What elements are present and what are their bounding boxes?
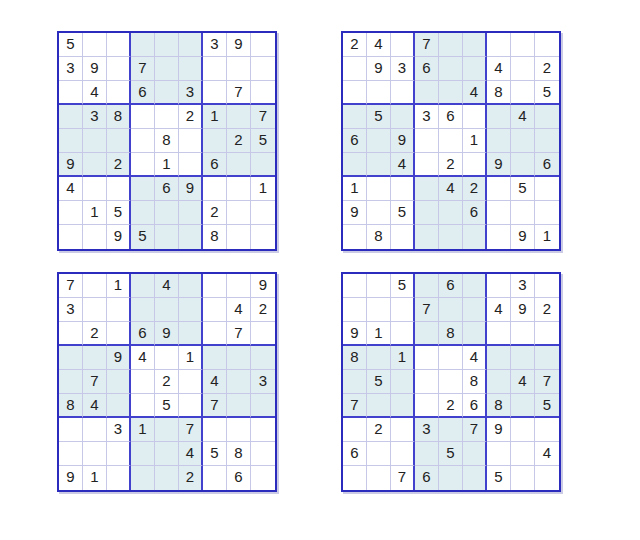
cell-bottom-right-r3c6[interactable]: [463, 322, 487, 346]
cell-top-left-r8c2: 1: [83, 201, 107, 225]
cell-top-left-r9c8[interactable]: [227, 225, 251, 249]
cell-bottom-right-r4c4[interactable]: [415, 346, 439, 370]
cell-bottom-left-r3c6[interactable]: [179, 322, 203, 346]
cell-top-right-r6c2[interactable]: [367, 153, 391, 177]
cell-bottom-left-r8c5[interactable]: [155, 442, 179, 466]
cell-bottom-left-r1c4[interactable]: [131, 274, 155, 298]
cell-bottom-right-r7c9[interactable]: [535, 418, 559, 442]
cell-top-left-r2c9[interactable]: [251, 57, 275, 81]
cell-bottom-left-r1c7[interactable]: [203, 274, 227, 298]
cell-bottom-right-r3c9[interactable]: [535, 322, 559, 346]
cell-bottom-right-r5c3[interactable]: [391, 370, 415, 394]
cell-top-right-r8c6: 6: [463, 201, 487, 225]
cell-bottom-right-r9c8[interactable]: [511, 466, 535, 490]
cell-bottom-left-r5c8[interactable]: [227, 370, 251, 394]
cell-bottom-right-r9c7: 5: [487, 466, 511, 490]
cell-bottom-right-r2c7: 4: [487, 298, 511, 322]
cell-top-right-r5c3: 9: [391, 129, 415, 153]
cell-bottom-right-r5c8: 4: [511, 370, 535, 394]
cell-top-right-r2c9: 2: [535, 57, 559, 81]
cell-top-left-r1c6[interactable]: [179, 33, 203, 57]
cell-top-left-r9c5[interactable]: [155, 225, 179, 249]
cell-bottom-left-r7c7[interactable]: [203, 418, 227, 442]
cell-bottom-left-r8c1[interactable]: [59, 442, 83, 466]
cell-top-left-r4c4[interactable]: [131, 105, 155, 129]
cell-bottom-left-r8c3[interactable]: [107, 442, 131, 466]
cell-top-right-r3c6: 4: [463, 81, 487, 105]
cell-bottom-left-r2c5[interactable]: [155, 298, 179, 322]
cell-top-right-r1c5[interactable]: [439, 33, 463, 57]
cell-top-left-r7c3[interactable]: [107, 177, 131, 201]
cell-bottom-right-r3c5: 8: [439, 322, 463, 346]
cell-top-left-r6c3: 2: [107, 153, 131, 177]
cell-bottom-left-r6c4[interactable]: [131, 394, 155, 418]
cell-bottom-right-r1c5: 6: [439, 274, 463, 298]
cell-bottom-left-r9c8: 6: [227, 466, 251, 490]
cell-top-right-r2c7: 4: [487, 57, 511, 81]
cell-bottom-left-r2c9: 2: [251, 298, 275, 322]
cell-bottom-right-r6c4[interactable]: [415, 394, 439, 418]
cell-bottom-left-r2c3[interactable]: [107, 298, 131, 322]
cell-top-left-r7c8[interactable]: [227, 177, 251, 201]
cell-bottom-left-r7c4: 1: [131, 418, 155, 442]
cell-bottom-right-r4c7[interactable]: [487, 346, 511, 370]
cell-top-right-r2c6[interactable]: [463, 57, 487, 81]
cell-top-left-r8c7: 2: [203, 201, 227, 225]
cell-bottom-right-r3c2: 1: [367, 322, 391, 346]
cell-bottom-left-r6c9[interactable]: [251, 394, 275, 418]
cell-bottom-left-r3c7[interactable]: [203, 322, 227, 346]
cell-bottom-left-r6c2: 4: [83, 394, 107, 418]
cell-bottom-left-r1c1: 7: [59, 274, 83, 298]
cell-bottom-left-r5c9: 3: [251, 370, 275, 394]
cell-bottom-left-r5c4[interactable]: [131, 370, 155, 394]
cell-top-left-r7c9: 1: [251, 177, 275, 201]
cell-top-right-r8c1: 9: [343, 201, 367, 225]
cell-bottom-right-r8c1: 6: [343, 442, 367, 466]
cell-top-left-r4c7: 1: [203, 105, 227, 129]
cell-bottom-right-r3c4[interactable]: [415, 322, 439, 346]
cell-top-left-r2c8[interactable]: [227, 57, 251, 81]
cell-top-left-r1c5[interactable]: [155, 33, 179, 57]
cell-top-right-r5c9[interactable]: [535, 129, 559, 153]
cell-bottom-left-r2c7[interactable]: [203, 298, 227, 322]
cell-bottom-left-r5c5: 2: [155, 370, 179, 394]
cell-top-right-r1c4: 7: [415, 33, 439, 57]
cell-top-left-r3c5[interactable]: [155, 81, 179, 105]
cell-bottom-right-r5c2: 5: [367, 370, 391, 394]
cell-top-left-r7c5: 6: [155, 177, 179, 201]
cell-top-left-r3c2: 4: [83, 81, 107, 105]
cell-top-right-r2c5[interactable]: [439, 57, 463, 81]
cell-top-right-r4c4: 3: [415, 105, 439, 129]
cell-top-right-r5c7[interactable]: [487, 129, 511, 153]
cell-bottom-left-r4c5[interactable]: [155, 346, 179, 370]
cell-top-right-r3c5[interactable]: [439, 81, 463, 105]
cell-bottom-right-r7c1[interactable]: [343, 418, 367, 442]
cell-top-left-r5c6[interactable]: [179, 129, 203, 153]
cell-top-left-r4c6: 2: [179, 105, 203, 129]
cell-top-left-r6c8[interactable]: [227, 153, 251, 177]
cell-bottom-left-r8c6: 4: [179, 442, 203, 466]
cell-bottom-left-r7c2[interactable]: [83, 418, 107, 442]
cell-bottom-left-r9c6: 2: [179, 466, 203, 490]
cell-top-left-r7c7[interactable]: [203, 177, 227, 201]
cell-top-right-r3c2[interactable]: [367, 81, 391, 105]
cell-top-right-r8c4[interactable]: [415, 201, 439, 225]
cell-bottom-left-r8c9[interactable]: [251, 442, 275, 466]
cell-top-left-r8c5[interactable]: [155, 201, 179, 225]
cell-top-left-r6c2[interactable]: [83, 153, 107, 177]
cell-bottom-left-r4c3: 9: [107, 346, 131, 370]
cell-bottom-left-r4c9[interactable]: [251, 346, 275, 370]
cell-bottom-left-r6c1: 8: [59, 394, 83, 418]
cell-bottom-right-r8c4[interactable]: [415, 442, 439, 466]
cell-bottom-left-r7c8[interactable]: [227, 418, 251, 442]
cell-bottom-left-r6c7: 7: [203, 394, 227, 418]
cell-bottom-left-r5c3[interactable]: [107, 370, 131, 394]
cell-bottom-left-r1c5: 4: [155, 274, 179, 298]
cell-top-left-r5c4[interactable]: [131, 129, 155, 153]
cell-top-left-r9c2[interactable]: [83, 225, 107, 249]
cell-top-right-r9c3[interactable]: [391, 225, 415, 249]
cell-bottom-left-r8c7: 5: [203, 442, 227, 466]
cell-bottom-right-r6c8[interactable]: [511, 394, 535, 418]
cell-top-left-r2c7[interactable]: [203, 57, 227, 81]
cell-top-left-r6c9[interactable]: [251, 153, 275, 177]
cell-bottom-left-r9c5[interactable]: [155, 466, 179, 490]
cell-bottom-left-r3c2: 2: [83, 322, 107, 346]
cell-bottom-right-r6c2[interactable]: [367, 394, 391, 418]
cell-bottom-right-r9c2[interactable]: [367, 466, 391, 490]
cell-bottom-left-r5c2: 7: [83, 370, 107, 394]
cell-top-right-r7c2[interactable]: [367, 177, 391, 201]
cell-bottom-left-r9c4[interactable]: [131, 466, 155, 490]
cell-bottom-left-r2c4[interactable]: [131, 298, 155, 322]
cell-top-left-r5c2[interactable]: [83, 129, 107, 153]
cell-top-left-r8c3: 5: [107, 201, 131, 225]
cell-top-left-r9c4: 5: [131, 225, 155, 249]
cell-top-right-r5c2[interactable]: [367, 129, 391, 153]
cell-top-left-r3c8: 7: [227, 81, 251, 105]
cell-top-right-r6c6[interactable]: [463, 153, 487, 177]
sudoku-board-bottom-left: 71493422697941724384573174589126: [57, 272, 277, 492]
cell-bottom-right-r9c1[interactable]: [343, 466, 367, 490]
cell-bottom-left-r3c9[interactable]: [251, 322, 275, 346]
cell-bottom-left-r2c8: 4: [227, 298, 251, 322]
cell-bottom-right-r4c6: 4: [463, 346, 487, 370]
cell-bottom-right-r7c5[interactable]: [439, 418, 463, 442]
cell-bottom-right-r1c9[interactable]: [535, 274, 559, 298]
cell-bottom-right-r4c8[interactable]: [511, 346, 535, 370]
cell-top-right-r2c3: 3: [391, 57, 415, 81]
cell-bottom-right-r8c2[interactable]: [367, 442, 391, 466]
cell-top-left-r3c3[interactable]: [107, 81, 131, 105]
cell-top-right-r6c1[interactable]: [343, 153, 367, 177]
cell-top-right-r8c9[interactable]: [535, 201, 559, 225]
cell-bottom-right-r2c1[interactable]: [343, 298, 367, 322]
cell-top-right-r7c4[interactable]: [415, 177, 439, 201]
sudoku-board-bottom-right: 56374929188145847726852379654765: [341, 272, 561, 492]
cell-bottom-left-r3c5: 9: [155, 322, 179, 346]
cell-top-left-r4c9: 7: [251, 105, 275, 129]
cell-bottom-left-r7c5[interactable]: [155, 418, 179, 442]
cell-bottom-left-r3c4: 6: [131, 322, 155, 346]
cell-bottom-left-r4c8[interactable]: [227, 346, 251, 370]
cell-top-left-r9c6[interactable]: [179, 225, 203, 249]
cell-top-left-r3c9[interactable]: [251, 81, 275, 105]
cell-top-left-r3c6: 3: [179, 81, 203, 105]
cell-bottom-right-r8c7[interactable]: [487, 442, 511, 466]
cell-bottom-right-r8c3[interactable]: [391, 442, 415, 466]
cell-bottom-right-r9c5[interactable]: [439, 466, 463, 490]
cell-bottom-right-r5c7[interactable]: [487, 370, 511, 394]
cell-top-left-r2c5[interactable]: [155, 57, 179, 81]
cell-top-right-r7c3[interactable]: [391, 177, 415, 201]
cell-top-right-r2c1[interactable]: [343, 57, 367, 81]
cell-bottom-left-r9c7[interactable]: [203, 466, 227, 490]
cell-top-right-r7c6: 2: [463, 177, 487, 201]
cell-top-right-r3c3[interactable]: [391, 81, 415, 105]
cell-bottom-left-r6c5: 5: [155, 394, 179, 418]
cell-top-right-r9c6[interactable]: [463, 225, 487, 249]
cell-top-left-r2c3[interactable]: [107, 57, 131, 81]
cell-top-left-r1c9[interactable]: [251, 33, 275, 57]
cell-bottom-right-r9c6[interactable]: [463, 466, 487, 490]
cell-top-right-r2c8[interactable]: [511, 57, 535, 81]
cell-top-left-r7c4[interactable]: [131, 177, 155, 201]
cell-bottom-right-r5c5[interactable]: [439, 370, 463, 394]
cell-bottom-left-r9c2: 1: [83, 466, 107, 490]
cell-bottom-left-r5c6[interactable]: [179, 370, 203, 394]
cell-top-right-r1c3[interactable]: [391, 33, 415, 57]
cell-top-right-r7c5: 4: [439, 177, 463, 201]
cell-top-left-r5c3[interactable]: [107, 129, 131, 153]
cell-top-right-r2c2: 9: [367, 57, 391, 81]
cell-top-left-r6c6[interactable]: [179, 153, 203, 177]
cell-bottom-right-r4c2[interactable]: [367, 346, 391, 370]
cell-top-right-r3c1[interactable]: [343, 81, 367, 105]
cell-top-right-r9c1[interactable]: [343, 225, 367, 249]
cell-bottom-right-r7c8[interactable]: [511, 418, 535, 442]
cell-bottom-right-r3c7[interactable]: [487, 322, 511, 346]
cell-bottom-right-r3c8[interactable]: [511, 322, 535, 346]
cell-bottom-right-r1c7[interactable]: [487, 274, 511, 298]
cell-bottom-left-r5c7: 4: [203, 370, 227, 394]
cell-top-right-r7c7[interactable]: [487, 177, 511, 201]
cell-bottom-right-r6c3[interactable]: [391, 394, 415, 418]
cell-bottom-left-r2c6[interactable]: [179, 298, 203, 322]
cell-top-right-r3c8[interactable]: [511, 81, 535, 105]
cell-bottom-right-r3c3[interactable]: [391, 322, 415, 346]
cell-bottom-left-r1c9: 9: [251, 274, 275, 298]
cell-bottom-left-r8c2[interactable]: [83, 442, 107, 466]
cell-bottom-left-r4c1[interactable]: [59, 346, 83, 370]
cell-bottom-right-r8c8[interactable]: [511, 442, 535, 466]
cell-bottom-right-r4c1: 8: [343, 346, 367, 370]
cell-bottom-right-r8c6[interactable]: [463, 442, 487, 466]
cell-bottom-left-r6c8[interactable]: [227, 394, 251, 418]
cell-bottom-right-r6c7: 8: [487, 394, 511, 418]
cell-top-left-r2c1: 3: [59, 57, 83, 81]
cell-top-left-r6c4[interactable]: [131, 153, 155, 177]
cell-bottom-right-r1c3: 5: [391, 274, 415, 298]
cell-bottom-right-r1c4[interactable]: [415, 274, 439, 298]
cell-bottom-left-r9c9[interactable]: [251, 466, 275, 490]
cell-bottom-left-r8c8: 8: [227, 442, 251, 466]
cell-top-right-r4c7[interactable]: [487, 105, 511, 129]
sudoku-board-top-left: 53939746373821782592164691152958: [57, 31, 277, 251]
cell-bottom-left-r7c6: 7: [179, 418, 203, 442]
cell-top-right-r9c9: 1: [535, 225, 559, 249]
cell-top-right-r3c4[interactable]: [415, 81, 439, 105]
cell-top-right-r6c9: 6: [535, 153, 559, 177]
cell-bottom-right-r1c1[interactable]: [343, 274, 367, 298]
cell-bottom-right-r9c9[interactable]: [535, 466, 559, 490]
cell-top-right-r4c1[interactable]: [343, 105, 367, 129]
cell-bottom-left-r1c3: 1: [107, 274, 131, 298]
cell-top-right-r4c5: 6: [439, 105, 463, 129]
cell-top-left-r8c9[interactable]: [251, 201, 275, 225]
cell-top-left-r3c1[interactable]: [59, 81, 83, 105]
cell-bottom-right-r5c6: 8: [463, 370, 487, 394]
cell-bottom-right-r1c8: 3: [511, 274, 535, 298]
cell-bottom-left-r6c6[interactable]: [179, 394, 203, 418]
cell-top-right-r1c7[interactable]: [487, 33, 511, 57]
cell-top-left-r7c2[interactable]: [83, 177, 107, 201]
cell-bottom-left-r1c8[interactable]: [227, 274, 251, 298]
cell-top-right-r5c8[interactable]: [511, 129, 535, 153]
cell-top-left-r3c4: 6: [131, 81, 155, 105]
cell-top-right-r1c2: 4: [367, 33, 391, 57]
cell-bottom-left-r9c3[interactable]: [107, 466, 131, 490]
cell-top-right-r9c2: 8: [367, 225, 391, 249]
cell-top-left-r8c6[interactable]: [179, 201, 203, 225]
cell-top-right-r6c8[interactable]: [511, 153, 535, 177]
cell-bottom-right-r8c5: 5: [439, 442, 463, 466]
cell-top-right-r8c2[interactable]: [367, 201, 391, 225]
cell-top-right-r9c4[interactable]: [415, 225, 439, 249]
cell-top-right-r4c8: 4: [511, 105, 535, 129]
cell-bottom-right-r5c1[interactable]: [343, 370, 367, 394]
cell-top-right-r7c1: 1: [343, 177, 367, 201]
cell-top-left-r4c1[interactable]: [59, 105, 83, 129]
cell-bottom-right-r1c2[interactable]: [367, 274, 391, 298]
cell-top-left-r4c8[interactable]: [227, 105, 251, 129]
cell-bottom-left-r4c2[interactable]: [83, 346, 107, 370]
cell-bottom-right-r6c1: 7: [343, 394, 367, 418]
cell-top-left-r3c7[interactable]: [203, 81, 227, 105]
cell-top-right-r8c7[interactable]: [487, 201, 511, 225]
cell-bottom-right-r2c5[interactable]: [439, 298, 463, 322]
cell-top-left-r5c1[interactable]: [59, 129, 83, 153]
cell-bottom-right-r5c4[interactable]: [415, 370, 439, 394]
cell-top-left-r6c5: 1: [155, 153, 179, 177]
cell-top-right-r4c3[interactable]: [391, 105, 415, 129]
cell-top-right-r1c6[interactable]: [463, 33, 487, 57]
cell-top-left-r8c4[interactable]: [131, 201, 155, 225]
cell-bottom-left-r3c3[interactable]: [107, 322, 131, 346]
cell-bottom-right-r6c5: 2: [439, 394, 463, 418]
cell-bottom-right-r8c9: 4: [535, 442, 559, 466]
cell-bottom-right-r4c5[interactable]: [439, 346, 463, 370]
cell-top-left-r1c1: 5: [59, 33, 83, 57]
cell-top-left-r1c3[interactable]: [107, 33, 131, 57]
cell-top-right-r6c4[interactable]: [415, 153, 439, 177]
cell-bottom-left-r2c2[interactable]: [83, 298, 107, 322]
cell-top-left-r4c5[interactable]: [155, 105, 179, 129]
cell-top-right-r4c6[interactable]: [463, 105, 487, 129]
cell-bottom-right-r4c9[interactable]: [535, 346, 559, 370]
cell-bottom-left-r4c4: 4: [131, 346, 155, 370]
cell-bottom-right-r7c4: 3: [415, 418, 439, 442]
cell-bottom-left-r6c3[interactable]: [107, 394, 131, 418]
cell-top-left-r5c7[interactable]: [203, 129, 227, 153]
cell-top-left-r5c5: 8: [155, 129, 179, 153]
cell-bottom-right-r7c6: 7: [463, 418, 487, 442]
cell-top-left-r9c9[interactable]: [251, 225, 275, 249]
cell-bottom-right-r2c2[interactable]: [367, 298, 391, 322]
cell-bottom-left-r7c3: 3: [107, 418, 131, 442]
cell-bottom-left-r1c6[interactable]: [179, 274, 203, 298]
cell-top-right-r7c8: 5: [511, 177, 535, 201]
sudoku-sheet: 53939746373821782592164691152958 2479364…: [0, 0, 640, 540]
cell-bottom-left-r7c9[interactable]: [251, 418, 275, 442]
cell-bottom-right-r5c9: 7: [535, 370, 559, 394]
cell-top-right-r8c5[interactable]: [439, 201, 463, 225]
cell-top-left-r1c2[interactable]: [83, 33, 107, 57]
cell-top-right-r1c9[interactable]: [535, 33, 559, 57]
cell-top-left-r7c6: 9: [179, 177, 203, 201]
cell-bottom-right-r1c6[interactable]: [463, 274, 487, 298]
cell-bottom-right-r2c6[interactable]: [463, 298, 487, 322]
cell-top-right-r9c8: 9: [511, 225, 535, 249]
cell-top-left-r9c1[interactable]: [59, 225, 83, 249]
cell-top-right-r9c5[interactable]: [439, 225, 463, 249]
cell-top-left-r1c4[interactable]: [131, 33, 155, 57]
cell-bottom-left-r4c6: 1: [179, 346, 203, 370]
cell-top-right-r4c9[interactable]: [535, 105, 559, 129]
cell-top-right-r1c8[interactable]: [511, 33, 535, 57]
cell-bottom-left-r3c8: 7: [227, 322, 251, 346]
cell-top-left-r8c1[interactable]: [59, 201, 83, 225]
cell-top-right-r1c1: 2: [343, 33, 367, 57]
cell-top-right-r6c3: 4: [391, 153, 415, 177]
cell-top-right-r8c8[interactable]: [511, 201, 535, 225]
cell-top-left-r7c1: 4: [59, 177, 83, 201]
cell-top-left-r6c7: 6: [203, 153, 227, 177]
cell-top-right-r9c7[interactable]: [487, 225, 511, 249]
cell-top-right-r7c9[interactable]: [535, 177, 559, 201]
cell-top-left-r2c6[interactable]: [179, 57, 203, 81]
cell-top-right-r5c1: 6: [343, 129, 367, 153]
cell-bottom-left-r3c1[interactable]: [59, 322, 83, 346]
cell-bottom-left-r5c1[interactable]: [59, 370, 83, 394]
cell-top-left-r5c8: 2: [227, 129, 251, 153]
cell-top-right-r5c5[interactable]: [439, 129, 463, 153]
cell-bottom-left-r2c1: 3: [59, 298, 83, 322]
cell-top-left-r8c8[interactable]: [227, 201, 251, 225]
cell-top-right-r5c4[interactable]: [415, 129, 439, 153]
cell-top-left-r9c3: 9: [107, 225, 131, 249]
cell-bottom-left-r8c4[interactable]: [131, 442, 155, 466]
cell-bottom-left-r4c7[interactable]: [203, 346, 227, 370]
cell-bottom-right-r7c3[interactable]: [391, 418, 415, 442]
cell-top-right-r8c3: 5: [391, 201, 415, 225]
cell-bottom-left-r1c2[interactable]: [83, 274, 107, 298]
cell-bottom-right-r2c3[interactable]: [391, 298, 415, 322]
cell-bottom-left-r7c1[interactable]: [59, 418, 83, 442]
